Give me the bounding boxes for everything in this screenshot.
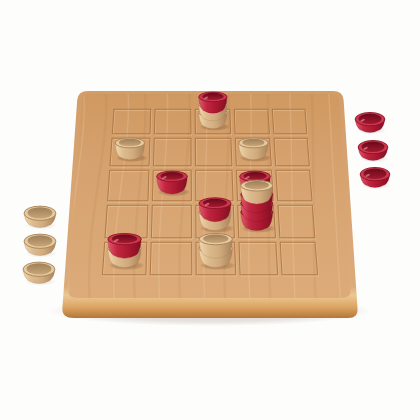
tan-cup-interior: [27, 263, 52, 274]
red-cup-r5c1-level2[interactable]: [108, 233, 141, 258]
red-cup-r4c3-level2[interactable]: [199, 198, 231, 222]
red-cup-reserve-right-1[interactable]: [355, 112, 385, 132]
tan-cup-interior: [119, 139, 141, 147]
game-board: [0, 0, 420, 420]
tan-cup-interior: [28, 207, 53, 218]
tan-cup-interior: [242, 139, 264, 147]
photo-scene: [0, 0, 420, 420]
tan-cup-interior: [245, 181, 269, 189]
tan-cup-r4c4-level4[interactable]: [241, 180, 273, 204]
tan-cup-r5c3-level2[interactable]: [199, 233, 232, 258]
red-cup-reserve-right-2[interactable]: [358, 140, 388, 160]
tan-cup-r2c1-level1[interactable]: [115, 138, 144, 160]
red-cup-interior: [361, 141, 384, 152]
red-cup-interior: [363, 168, 386, 179]
tan-cup-interior: [203, 234, 228, 243]
tan-cup-interior: [28, 235, 53, 246]
red-cup-interior: [358, 113, 381, 124]
red-cup-r1c3-level3[interactable]: [199, 92, 227, 113]
tan-cup-reserve-left-3[interactable]: [23, 262, 55, 283]
tan-cup-reserve-left-1[interactable]: [24, 206, 56, 227]
red-cup-r3c2-level1[interactable]: [157, 171, 188, 194]
tan-cup-reserve-left-2[interactable]: [24, 234, 56, 255]
red-cup-reserve-right-3[interactable]: [360, 167, 390, 187]
tan-cup-r2c4-level1[interactable]: [239, 138, 268, 160]
